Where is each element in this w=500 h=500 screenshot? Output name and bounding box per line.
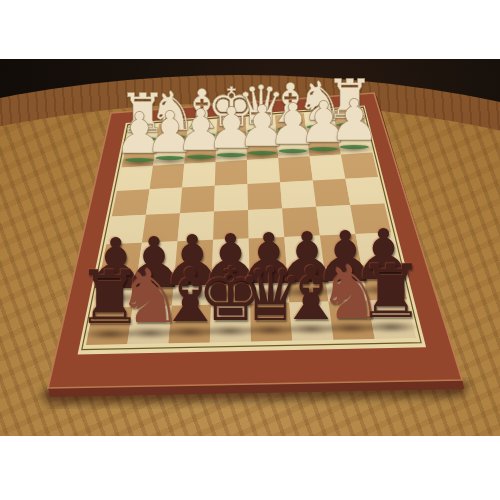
square-f3[interactable] <box>182 162 215 188</box>
square-d3[interactable] <box>247 158 280 184</box>
square-f4[interactable] <box>180 186 215 214</box>
square-d4[interactable] <box>248 182 283 210</box>
square-a3[interactable] <box>341 153 378 179</box>
square-e3[interactable] <box>215 160 248 186</box>
photo-scene: chess ♜♞♝♚♛♝♞♜♟♟♟♟♟♟♟♟♟♟♟♟♟♟♟♟♜♞♝♚♛♝♞♜ <box>0 0 500 500</box>
letterbox-bottom <box>0 436 500 500</box>
square-h4[interactable] <box>112 189 150 216</box>
square-e4[interactable] <box>214 184 248 212</box>
piece-white-pawn-a2[interactable]: ♟ <box>329 92 380 149</box>
square-b3[interactable] <box>310 154 346 180</box>
letterbox-top <box>0 0 500 59</box>
square-b4[interactable] <box>313 179 350 207</box>
square-h3[interactable] <box>117 166 153 191</box>
square-g4[interactable] <box>146 188 182 215</box>
square-c3[interactable] <box>278 156 313 182</box>
square-a4[interactable] <box>345 177 384 205</box>
square-c4[interactable] <box>280 180 316 208</box>
square-g3[interactable] <box>150 164 185 189</box>
piece-black-rook-a8[interactable]: ♜ <box>358 254 424 328</box>
